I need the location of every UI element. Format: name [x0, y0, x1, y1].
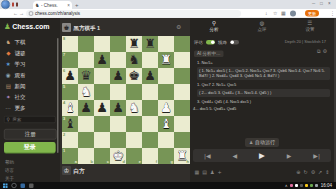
pieces-icon[interactable]: ♟: [210, 170, 214, 176]
square-c2[interactable]: [94, 132, 110, 148]
analysis-panel: ⚲分析◍点评☰设置 评估线路Depth 20 | Stockfish 17 AI…: [190, 18, 334, 182]
square-h2[interactable]: [174, 132, 190, 148]
logo-pawn-icon: ♟: [4, 22, 11, 30]
file-label: b: [91, 160, 93, 165]
square-b4[interactable]: ♟: [78, 100, 94, 116]
move-nav-bar: |◀◀▶▶▶|: [193, 149, 331, 162]
square-a4[interactable]: 4♝: [62, 100, 78, 116]
square-a5[interactable]: 5: [62, 84, 78, 100]
black-queen-b6[interactable]: ♛: [78, 68, 94, 84]
square-d8[interactable]: [110, 36, 126, 52]
black-pawn-b4[interactable]: ♟: [78, 100, 94, 116]
sidebar-item-label: 新闻: [15, 82, 26, 90]
square-d1[interactable]: d♚: [110, 148, 126, 164]
square-d5[interactable]: [110, 84, 126, 100]
tab-label: 分析: [190, 27, 238, 34]
move-line[interactable]: 3. Qxd4+ Qd5 ( 4. Nxc5 dxc5 ): [197, 99, 330, 104]
file-label: f: [156, 160, 157, 165]
rank-label: 5: [63, 85, 65, 90]
sidebar-search[interactable]: ⚲: [4, 116, 56, 123]
move-line[interactable]: 1. Qxc7 2. Nc5+ Qxc5: [197, 82, 330, 87]
square-e3[interactable]: [126, 116, 142, 132]
square-b2[interactable]: [78, 132, 94, 148]
black-player-avatar: ♚: [62, 23, 71, 32]
recorder-bubble[interactable]: [1, 0, 10, 9]
more-icon: ⋯: [5, 104, 12, 111]
taskbar-app-icon[interactable]: [29, 183, 34, 188]
black-king-e6[interactable]: ♚: [126, 68, 142, 84]
taskbar-clock: 16:04: [321, 183, 332, 188]
square-b6[interactable]: ♛: [78, 68, 94, 84]
sidebar-scrollbar[interactable]: [57, 38, 59, 153]
white-pawn-g4[interactable]: ♟: [158, 100, 174, 116]
square-h6[interactable]: [174, 68, 190, 84]
square-c5[interactable]: [94, 84, 110, 100]
white-king-d1[interactable]: ♚: [110, 148, 126, 164]
board-settings-gear-icon[interactable]: ⚙: [176, 23, 181, 30]
toggle-label: 线路: [218, 39, 227, 46]
square-g8[interactable]: [158, 36, 174, 52]
sidebar-item-label: 下棋: [15, 38, 26, 46]
panel-tool-row: ▦▤♟+ ⊕↻⚙↗⇕: [193, 167, 331, 174]
black-pawn-a6[interactable]: ♟: [62, 68, 78, 84]
black-rook-e8[interactable]: ♜: [126, 36, 142, 52]
logo-text: Chess.com: [12, 22, 49, 30]
variation-line[interactable]: ( 1. Nc5+ dxc5 ( 1... Qxc5 2. Nxc5+ Qxc7…: [197, 67, 330, 80]
square-b7[interactable]: [78, 52, 94, 68]
square-a2[interactable]: 2: [62, 132, 78, 148]
rank-label: 2: [63, 133, 65, 138]
square-b5[interactable]: ♞: [78, 84, 94, 100]
square-e6[interactable]: ♚: [126, 68, 142, 84]
square-d4[interactable]: ♟: [110, 100, 126, 116]
player-bar-top: ♚ 黑方棋手 1: [62, 22, 190, 33]
black-pawn-f6[interactable]: ♟: [142, 68, 158, 84]
black-pawn-c7[interactable]: ♟: [94, 52, 110, 68]
sidebar-item-label: 社交: [15, 93, 26, 101]
sidebar-item-观看[interactable]: ◉观看: [0, 69, 60, 80]
panel-tab-设置[interactable]: ☰设置: [286, 20, 334, 33]
tab-title: - Chess.: [41, 3, 66, 8]
flip-board-icon[interactable]: ↻: [303, 170, 307, 176]
share-icon[interactable]: ↗: [318, 170, 322, 176]
tray-icon[interactable]: [305, 184, 308, 187]
expand-icon[interactable]: ⇕: [325, 170, 329, 176]
new-tab-button[interactable]: +: [75, 1, 79, 8]
engine-status-chip: AI 分析中…: [194, 51, 224, 58]
tray-icon[interactable]: [300, 184, 303, 187]
square-a7[interactable]: 7: [62, 52, 78, 68]
sidebar-item-label: 更多: [15, 104, 26, 112]
autoplay-button[interactable]: ♟ 自动运行: [245, 138, 279, 147]
engine-settings-icon[interactable]: ⚙: [323, 49, 329, 55]
square-g2[interactable]: [158, 132, 174, 148]
square-f6[interactable]: ♟: [142, 68, 158, 84]
black-knight-e7[interactable]: ♞: [126, 52, 142, 68]
sidebar-item-更多[interactable]: ⋯更多: [0, 102, 60, 113]
notation-icon[interactable]: ▤: [202, 170, 207, 176]
variation-line[interactable]: ( 2... dxc5 3. Qxd4+ ( 3... Nxc5 4. Qd5 …: [197, 89, 330, 97]
black-pawn-d4[interactable]: ♟: [110, 100, 126, 116]
signup-button[interactable]: 注册: [4, 129, 57, 140]
square-d6[interactable]: ♟: [110, 68, 126, 84]
square-c3[interactable]: [94, 116, 110, 132]
square-f7[interactable]: [142, 52, 158, 68]
black-player-name: 黑方棋手 1: [74, 24, 101, 32]
tab-icon: ☰: [286, 20, 334, 26]
bookmark-star-icon[interactable]: ☆: [273, 11, 277, 17]
white-knight-b5[interactable]: ♞: [78, 84, 94, 100]
white-rook-h1[interactable]: ♜: [174, 148, 190, 164]
square-c4[interactable]: ♟: [94, 100, 110, 116]
square-b1[interactable]: b: [78, 148, 94, 164]
square-f5[interactable]: [142, 84, 158, 100]
square-h8[interactable]: [174, 36, 190, 52]
file-label: a: [75, 160, 77, 165]
sidebar-item-label: 学习: [15, 60, 26, 68]
file-label: e: [139, 160, 141, 165]
white-player-name: 白方: [74, 167, 85, 175]
black-pawn-c4[interactable]: ♟: [94, 100, 110, 116]
window-maximize-button[interactable]: □: [320, 1, 323, 6]
square-e5[interactable]: [126, 84, 142, 100]
sidebar-item-社交[interactable]: ✦社交: [0, 91, 60, 102]
square-f4[interactable]: [142, 100, 158, 116]
player-bar-bottom: ♔ 白方: [62, 165, 190, 176]
prev-move-button[interactable]: ◀: [233, 152, 238, 159]
toggle-label: 评估: [194, 39, 203, 46]
tab-label: 设置: [286, 27, 334, 34]
tab-close-icon[interactable]: ×: [67, 3, 70, 8]
tray-icon[interactable]: [310, 184, 313, 187]
lock-icon: [29, 12, 33, 16]
taskbar-search-icon[interactable]: [12, 183, 17, 188]
add-icon[interactable]: +: [217, 170, 221, 176]
move-line[interactable]: 1. Nxc5+: [197, 60, 330, 65]
square-g6[interactable]: [158, 68, 174, 84]
tray-icon[interactable]: [315, 184, 318, 187]
screen: ♞ - Chess. × + ─ □ × ← → ↻ chess.com/zh/…: [0, 0, 336, 189]
white-bishop-g3[interactable]: ♝: [158, 116, 174, 132]
windows-taskbar: ∧ 16:04: [0, 182, 336, 189]
move-list: 1. Nxc5+( 1. Nc5+ dxc5 ( 1... Qxc5 2. Nx…: [190, 58, 334, 113]
browser-update-button[interactable]: 更新: [305, 10, 319, 17]
file-label: c: [107, 160, 109, 165]
square-g7[interactable]: ♜: [158, 52, 174, 68]
black-rook-f8[interactable]: ♜: [142, 36, 158, 52]
square-h1[interactable]: h♜: [174, 148, 190, 164]
settings-gear-icon[interactable]: ⚙: [311, 170, 315, 176]
square-f8[interactable]: ♜: [142, 36, 158, 52]
square-f3[interactable]: [142, 116, 158, 132]
window-close-button[interactable]: ×: [328, 1, 331, 6]
search-input[interactable]: [11, 117, 53, 123]
layout-icon[interactable]: ▦: [195, 170, 200, 176]
sidebar-item-label: 谜题: [15, 49, 26, 57]
sidebar-item-下棋[interactable]: ♞下棋: [0, 36, 60, 47]
square-a3[interactable]: 3♝: [62, 116, 78, 132]
square-f1[interactable]: f: [142, 148, 158, 164]
file-label: g: [171, 160, 173, 165]
square-a1[interactable]: 1a: [62, 148, 78, 164]
white-bishop-a4[interactable]: ♝: [62, 100, 78, 116]
black-pawn-d6[interactable]: ♟: [110, 68, 126, 84]
watch-icon: ◉: [5, 71, 12, 78]
toggle-线路[interactable]: [230, 40, 239, 45]
square-e7[interactable]: ♞: [126, 52, 142, 68]
square-c1[interactable]: c: [94, 148, 110, 164]
record-indicator-icon: [12, 3, 14, 7]
extensions-icon[interactable]: ▦: [281, 11, 286, 17]
browser-menu-icon[interactable]: ⋮: [330, 10, 335, 16]
tray-icon[interactable]: [295, 184, 298, 187]
play-forward-button[interactable]: ▶: [259, 151, 265, 160]
square-d3[interactable]: [110, 116, 126, 132]
square-c8[interactable]: [94, 36, 110, 52]
taskbar-app-icon[interactable]: [21, 183, 26, 188]
chesscom-logo[interactable]: ♟ Chess.com: [4, 22, 50, 30]
puzzle-icon: ◆: [5, 49, 12, 56]
black-bishop-a3[interactable]: ♝: [62, 116, 78, 132]
panel-tab-点评[interactable]: ◍点评: [238, 20, 286, 33]
record-indicator-icon: [16, 3, 18, 7]
square-g1[interactable]: g: [158, 148, 174, 164]
sidebar-footer-link[interactable]: 语言: [5, 167, 60, 175]
white-player-avatar: ♔: [62, 166, 71, 175]
square-e1[interactable]: e: [126, 148, 142, 164]
chess-board[interactable]: 8♜♜7♟♞♜6♟♛♟♚♟5♞4♝♟♟♟♞♟3♝♝21abcd♚efgh♜: [62, 36, 190, 164]
rank-label: 1: [63, 149, 65, 154]
news-icon: ▤: [5, 82, 12, 89]
square-d2[interactable]: [110, 132, 126, 148]
tab-favicon-knight-icon: ♞: [35, 3, 39, 8]
square-g4[interactable]: ♟: [158, 100, 174, 116]
white-rook-g7[interactable]: ♜: [158, 52, 174, 68]
knight-play-icon: ♞: [5, 38, 12, 45]
square-b8[interactable]: [78, 36, 94, 52]
square-d7[interactable]: [110, 52, 126, 68]
square-e2[interactable]: [126, 132, 142, 148]
move-line[interactable]: 4... dxc5 5. Qxd5+ Qxd5: [193, 106, 330, 111]
square-b3[interactable]: [78, 116, 94, 132]
toggle-评估[interactable]: [206, 40, 215, 45]
square-g3[interactable]: ♝: [158, 116, 174, 132]
first-move-button[interactable]: |◀: [204, 152, 211, 159]
back-icon[interactable]: ←: [13, 11, 18, 17]
square-h7[interactable]: [174, 52, 190, 68]
last-move-button[interactable]: ▶|: [313, 152, 320, 159]
sidebar-item-新闻[interactable]: ▤新闻: [0, 80, 60, 91]
address-bar[interactable]: chess.com/zh/analysis: [26, 10, 241, 17]
tab-label: 点评: [238, 27, 286, 34]
browser-tab[interactable]: ♞ - Chess. ×: [33, 1, 72, 9]
tray-icon[interactable]: [290, 184, 293, 187]
learn-icon: ★: [5, 60, 12, 67]
square-e4[interactable]: ♞: [126, 100, 142, 116]
browser-tabstrip: ♞ - Chess. × + ─ □ ×: [0, 0, 336, 9]
search-icon: ⚲: [7, 117, 10, 122]
tab-icon: ◍: [238, 20, 286, 26]
window-minimize-button[interactable]: ─: [312, 1, 315, 6]
engine-info[interactable]: Depth 20 | Stockfish 17: [285, 39, 326, 45]
sidebar: ♟ Chess.com ♞下棋◆谜题★学习◉观看▤新闻✦社交⋯更多 ⚲ 注册 登…: [0, 18, 60, 182]
tray-expand-icon[interactable]: ∧: [285, 183, 288, 188]
square-h3[interactable]: [174, 116, 190, 132]
windows-start-icon[interactable]: [3, 183, 8, 188]
square-c6[interactable]: [94, 68, 110, 84]
engine-status-row: AI 分析中… ⧉⚙: [194, 48, 330, 55]
social-icon: ✦: [5, 93, 12, 100]
rank-label: 7: [63, 53, 65, 58]
white-knight-e4[interactable]: ♞: [126, 100, 142, 116]
sidebar-footer-link[interactable]: 帮助: [5, 159, 60, 167]
square-f2[interactable]: [142, 132, 158, 148]
square-a8[interactable]: 8: [62, 36, 78, 52]
download-icon[interactable]: ↓: [265, 11, 268, 17]
square-e8[interactable]: ♜: [126, 36, 142, 52]
sidebar-item-学习[interactable]: ★学习: [0, 58, 60, 69]
panel-tab-分析[interactable]: ⚲分析: [190, 20, 238, 33]
forward-icon[interactable]: →: [19, 11, 24, 17]
sidebar-item-label: 观看: [15, 71, 26, 79]
profile-avatar[interactable]: [290, 11, 296, 17]
next-move-button[interactable]: ▶: [287, 152, 292, 159]
login-button[interactable]: 登录: [4, 142, 56, 153]
sidebar-item-谜题[interactable]: ◆谜题: [0, 47, 60, 58]
square-c7[interactable]: ♟: [94, 52, 110, 68]
square-h5[interactable]: [174, 84, 190, 100]
url-text: chess.com/zh/analysis: [35, 11, 80, 16]
autoplay-label: 自动运行: [255, 139, 275, 146]
square-g5[interactable]: [158, 84, 174, 100]
square-a6[interactable]: 6♟: [62, 68, 78, 84]
rank-label: 8: [63, 37, 65, 42]
square-h4[interactable]: [174, 100, 190, 116]
zoom-icon[interactable]: ⊕: [296, 170, 300, 176]
tab-icon: ⚲: [190, 20, 238, 26]
autoplay-icon: ♟: [249, 140, 253, 145]
